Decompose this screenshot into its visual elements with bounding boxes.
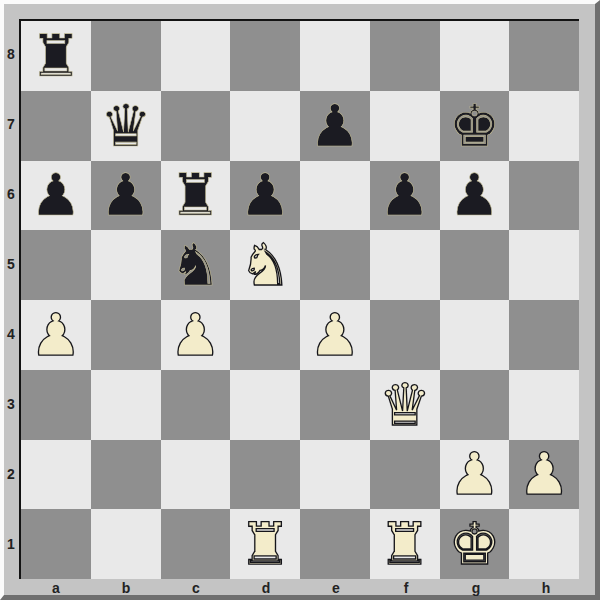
square-c5[interactable]: ♞ (161, 230, 231, 300)
square-f6[interactable]: ♟ (370, 161, 440, 231)
square-g4[interactable] (440, 300, 510, 370)
square-g6[interactable]: ♟ (440, 161, 510, 231)
square-g1[interactable]: ♚ (440, 509, 510, 579)
square-f7[interactable] (370, 91, 440, 161)
rank-label-4: 4 (3, 299, 19, 369)
square-d3[interactable] (230, 370, 300, 440)
square-f1[interactable]: ♜ (370, 509, 440, 579)
square-a7[interactable] (21, 91, 91, 161)
square-e1[interactable] (300, 509, 370, 579)
square-e7[interactable]: ♟ (300, 91, 370, 161)
square-d2[interactable] (230, 440, 300, 510)
square-d7[interactable] (230, 91, 300, 161)
piece-white-rook[interactable]: ♜ (230, 509, 300, 579)
square-a8[interactable]: ♜ (21, 21, 91, 91)
square-e2[interactable] (300, 440, 370, 510)
piece-black-rook[interactable]: ♜ (21, 21, 91, 91)
square-e8[interactable] (300, 21, 370, 91)
square-c7[interactable] (161, 91, 231, 161)
piece-white-rook[interactable]: ♜ (370, 509, 440, 579)
piece-black-rook[interactable]: ♜ (161, 161, 231, 231)
square-b4[interactable] (91, 300, 161, 370)
piece-white-knight[interactable]: ♞ (230, 230, 300, 300)
square-g5[interactable] (440, 230, 510, 300)
piece-black-pawn[interactable]: ♟ (440, 161, 510, 231)
square-a5[interactable] (21, 230, 91, 300)
square-d1[interactable]: ♜ (230, 509, 300, 579)
square-g2[interactable]: ♟ (440, 440, 510, 510)
square-a4[interactable]: ♟ (21, 300, 91, 370)
square-e4[interactable]: ♟ (300, 300, 370, 370)
square-a3[interactable] (21, 370, 91, 440)
rank-label-2: 2 (3, 439, 19, 509)
piece-white-pawn[interactable]: ♟ (161, 300, 231, 370)
square-d5[interactable]: ♞ (230, 230, 300, 300)
square-b2[interactable] (91, 440, 161, 510)
piece-white-pawn[interactable]: ♟ (440, 440, 510, 510)
square-a2[interactable] (21, 440, 91, 510)
square-b1[interactable] (91, 509, 161, 579)
square-h1[interactable] (509, 509, 579, 579)
square-c2[interactable] (161, 440, 231, 510)
file-label-d: d (231, 580, 301, 596)
piece-black-pawn[interactable]: ♟ (91, 161, 161, 231)
square-f3[interactable]: ♛ (370, 370, 440, 440)
piece-black-pawn[interactable]: ♟ (370, 161, 440, 231)
rank-labels: 87654321 (3, 19, 19, 579)
square-g3[interactable] (440, 370, 510, 440)
file-label-g: g (441, 580, 511, 596)
piece-black-pawn[interactable]: ♟ (230, 161, 300, 231)
file-label-b: b (91, 580, 161, 596)
square-g8[interactable] (440, 21, 510, 91)
rank-label-6: 6 (3, 159, 19, 229)
file-label-a: a (21, 580, 91, 596)
board-frame: 87654321 ♜♛♟♚♟♟♜♟♟♟♞♞♟♟♟♛♟♟♜♜♚ abcdefgh (0, 0, 600, 600)
square-h8[interactable] (509, 21, 579, 91)
square-e5[interactable] (300, 230, 370, 300)
square-b5[interactable] (91, 230, 161, 300)
square-h5[interactable] (509, 230, 579, 300)
square-h7[interactable] (509, 91, 579, 161)
piece-black-pawn[interactable]: ♟ (21, 161, 91, 231)
piece-white-pawn[interactable]: ♟ (300, 300, 370, 370)
rank-label-7: 7 (3, 89, 19, 159)
piece-black-queen[interactable]: ♛ (91, 91, 161, 161)
square-f8[interactable] (370, 21, 440, 91)
piece-black-king[interactable]: ♚ (440, 91, 510, 161)
square-h6[interactable] (509, 161, 579, 231)
square-h2[interactable]: ♟ (509, 440, 579, 510)
piece-white-pawn[interactable]: ♟ (21, 300, 91, 370)
square-c3[interactable] (161, 370, 231, 440)
square-c1[interactable] (161, 509, 231, 579)
square-c8[interactable] (161, 21, 231, 91)
square-f4[interactable] (370, 300, 440, 370)
square-h4[interactable] (509, 300, 579, 370)
square-f5[interactable] (370, 230, 440, 300)
square-d6[interactable]: ♟ (230, 161, 300, 231)
square-b6[interactable]: ♟ (91, 161, 161, 231)
rank-label-1: 1 (3, 509, 19, 579)
square-h3[interactable] (509, 370, 579, 440)
rank-label-5: 5 (3, 229, 19, 299)
square-g7[interactable]: ♚ (440, 91, 510, 161)
square-a6[interactable]: ♟ (21, 161, 91, 231)
file-label-e: e (301, 580, 371, 596)
square-b3[interactable] (91, 370, 161, 440)
piece-black-pawn[interactable]: ♟ (300, 91, 370, 161)
file-labels: abcdefgh (21, 580, 581, 595)
square-d4[interactable] (230, 300, 300, 370)
square-a1[interactable] (21, 509, 91, 579)
square-b7[interactable]: ♛ (91, 91, 161, 161)
chess-board: ♜♛♟♚♟♟♜♟♟♟♞♞♟♟♟♛♟♟♜♜♚ (19, 19, 579, 579)
file-label-c: c (161, 580, 231, 596)
piece-black-knight[interactable]: ♞ (161, 230, 231, 300)
rank-label-3: 3 (3, 369, 19, 439)
square-c4[interactable]: ♟ (161, 300, 231, 370)
rank-label-8: 8 (3, 19, 19, 89)
square-e3[interactable] (300, 370, 370, 440)
piece-white-queen[interactable]: ♛ (370, 370, 440, 440)
square-b8[interactable] (91, 21, 161, 91)
piece-white-pawn[interactable]: ♟ (509, 440, 579, 510)
square-d8[interactable] (230, 21, 300, 91)
file-label-f: f (371, 580, 441, 596)
square-e6[interactable] (300, 161, 370, 231)
square-c6[interactable]: ♜ (161, 161, 231, 231)
file-label-h: h (511, 580, 581, 596)
piece-white-king[interactable]: ♚ (440, 509, 510, 579)
square-f2[interactable] (370, 440, 440, 510)
